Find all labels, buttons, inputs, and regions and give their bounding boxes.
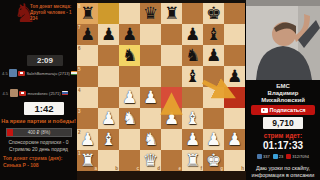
lessons-info-line2: информация в описании bbox=[246, 172, 320, 179]
chess-board-grid: 8♜♛♜♚7♟♟♟♟♝6♞♞♟5♝♟4♟♟3♟♞♟♝2♟♝♞♟♟♟1a♜bcd♛… bbox=[77, 3, 245, 171]
black-player-clock: 2:09 bbox=[27, 55, 63, 66]
donation-goal-progress-text: 400 ₽ (8%) bbox=[7, 129, 71, 136]
square-g2[interactable]: ♟ bbox=[203, 129, 224, 150]
top-donate-month: Топ донат месяца: Другой человек - 1 234 bbox=[30, 4, 76, 22]
square-h8[interactable] bbox=[224, 3, 245, 24]
square-a4[interactable]: 4 bbox=[77, 87, 98, 108]
square-a7[interactable]: 7♟ bbox=[77, 24, 98, 45]
black-pawn-g6: ♟ bbox=[203, 45, 224, 66]
square-a6[interactable]: 6 bbox=[77, 45, 98, 66]
viewers-count: 312/7094 bbox=[292, 154, 309, 159]
square-g4[interactable] bbox=[203, 87, 224, 108]
square-c1[interactable]: c bbox=[119, 150, 140, 171]
black-pawn-c7: ♟ bbox=[119, 24, 140, 45]
square-a5[interactable]: 5 bbox=[77, 66, 98, 87]
top-donate-day-value: Синька Р - 108 bbox=[3, 162, 77, 169]
black-bishop-f5: ♝ bbox=[182, 66, 203, 87]
square-e3[interactable]: ♟ bbox=[161, 108, 182, 129]
white-bishop-f3: ♝ bbox=[182, 108, 203, 129]
white-pawn-b3: ♟ bbox=[98, 108, 119, 129]
sponsor-info: Спонсорские подписки - 0 Стримлю 20 день… bbox=[0, 139, 77, 153]
square-e6[interactable] bbox=[161, 45, 182, 66]
white-king-g1: ♚ bbox=[203, 150, 224, 171]
square-d6[interactable] bbox=[140, 45, 161, 66]
white-pawn-c4: ♟ bbox=[119, 87, 140, 108]
white-player-avatar bbox=[10, 89, 18, 97]
square-b1[interactable]: b bbox=[98, 150, 119, 171]
square-f6[interactable]: ♞ bbox=[182, 45, 203, 66]
rank-label-5: 5 bbox=[78, 67, 81, 72]
square-d3[interactable] bbox=[140, 108, 161, 129]
square-g3[interactable] bbox=[203, 108, 224, 129]
square-g6[interactable]: ♟ bbox=[203, 45, 224, 66]
square-c6[interactable]: ♞ bbox=[119, 45, 140, 66]
lessons-info: Даю уроки по скайпу, информация в описан… bbox=[246, 165, 320, 178]
white-pawn-e3: ♟ bbox=[161, 108, 182, 129]
square-b8[interactable] bbox=[98, 3, 119, 24]
square-e4[interactable] bbox=[161, 87, 182, 108]
social-counters: 337 23 312/7094 bbox=[246, 154, 320, 159]
black-pawn-b7: ♟ bbox=[98, 24, 119, 45]
square-d2[interactable]: ♞ bbox=[140, 129, 161, 150]
square-h1[interactable]: h bbox=[224, 150, 245, 171]
square-e7[interactable] bbox=[161, 24, 182, 45]
square-b2[interactable]: ♝ bbox=[98, 129, 119, 150]
highlight-b8 bbox=[98, 3, 119, 24]
rank-label-3: 3 bbox=[78, 109, 81, 114]
streamer-name-line2: Владимир bbox=[246, 90, 320, 97]
stream-timer: 01:17:33 bbox=[246, 140, 320, 151]
streamer-name-line1: БМС bbox=[246, 83, 320, 90]
square-f5[interactable]: ♝ bbox=[182, 66, 203, 87]
square-h5[interactable]: ♟ bbox=[224, 66, 245, 87]
white-pawn-a2: ♟ bbox=[77, 129, 98, 150]
vk-count: 337 bbox=[263, 154, 270, 159]
square-a3[interactable]: 3 bbox=[77, 108, 98, 129]
square-g7[interactable]: ♝ bbox=[203, 24, 224, 45]
square-d8[interactable]: ♛ bbox=[140, 3, 161, 24]
square-d1[interactable]: d♛ bbox=[140, 150, 161, 171]
file-label-c: c bbox=[136, 166, 139, 171]
square-f1[interactable]: f♜ bbox=[182, 150, 203, 171]
square-c5[interactable] bbox=[119, 66, 140, 87]
square-b4[interactable] bbox=[98, 87, 119, 108]
table-edge bbox=[77, 171, 246, 180]
square-f4[interactable] bbox=[182, 87, 203, 108]
donation-goal-title: На яркие партии и победы! bbox=[0, 118, 77, 124]
square-d7[interactable] bbox=[140, 24, 161, 45]
square-b6[interactable] bbox=[98, 45, 119, 66]
telegram-icon bbox=[273, 154, 278, 159]
square-f2[interactable]: ♟ bbox=[182, 129, 203, 150]
streamer-name-line3: Михайловский bbox=[246, 97, 320, 104]
red-highlight-e4 bbox=[161, 87, 182, 108]
subscriber-count: 9,710 bbox=[263, 117, 303, 129]
white-pawn-f2: ♟ bbox=[182, 129, 203, 150]
black-knight-f6: ♞ bbox=[182, 45, 203, 66]
vk-icon bbox=[257, 154, 262, 159]
square-f3[interactable]: ♝ bbox=[182, 108, 203, 129]
black-king-g8: ♚ bbox=[203, 3, 224, 24]
subscribe-button-label: Подписаться bbox=[270, 107, 306, 113]
white-pawn-g2: ♟ bbox=[203, 129, 224, 150]
square-d4[interactable]: ♟ bbox=[140, 87, 161, 108]
black-pawn-h5: ♟ bbox=[224, 66, 245, 87]
black-player-row: 4.5 SalehBommaraju (2713) bbox=[1, 68, 77, 78]
white-player-title-badge bbox=[19, 91, 26, 96]
square-h4[interactable] bbox=[224, 87, 245, 108]
file-label-h: h bbox=[241, 166, 244, 171]
red-highlight-h4 bbox=[224, 87, 245, 108]
square-e5[interactable] bbox=[161, 66, 182, 87]
white-rook-a1: ♜ bbox=[77, 150, 98, 171]
black-pawn-a7: ♟ bbox=[77, 24, 98, 45]
streamer-name: БМС Владимир Михайловский bbox=[246, 83, 320, 104]
white-player-flag-icon bbox=[62, 91, 68, 95]
white-player-name: msvedonec (2571) bbox=[28, 91, 61, 96]
stream-streak-line: Стримлю 20 день подряд bbox=[0, 146, 77, 153]
stream-live-label: стрим идет: bbox=[246, 132, 320, 139]
black-player-title-badge bbox=[18, 71, 25, 76]
streamer-webcam bbox=[246, 0, 320, 80]
white-player-row: 4.5 msvedonec (2571) bbox=[1, 88, 77, 98]
square-h2[interactable]: ♟ bbox=[224, 129, 245, 150]
white-player-clock: 1:42 bbox=[24, 102, 64, 115]
square-a1[interactable]: 1a♜ bbox=[77, 150, 98, 171]
youtube-icon bbox=[286, 154, 291, 159]
youtube-play-icon bbox=[261, 108, 268, 113]
sponsor-subscriptions-line: Спонсорские подписки - 0 bbox=[0, 139, 77, 146]
black-player-score: 4.5 bbox=[1, 71, 8, 76]
black-rook-a8: ♜ bbox=[77, 3, 98, 24]
left-overlay-panel: ♞ Топ донат месяца: Другой человек - 1 2… bbox=[0, 0, 77, 180]
square-g5[interactable] bbox=[203, 66, 224, 87]
chess-board[interactable]: 8♜♛♜♚7♟♟♟♟♝6♞♞♟5♝♟4♟♟3♟♞♟♝2♟♝♞♟♟♟1a♜bcd♛… bbox=[77, 3, 245, 171]
square-e8[interactable]: ♜ bbox=[161, 3, 182, 24]
square-c8[interactable] bbox=[119, 3, 140, 24]
white-pawn-d4: ♟ bbox=[140, 87, 161, 108]
file-label-e: e bbox=[178, 166, 181, 171]
file-label-b: b bbox=[115, 166, 118, 171]
white-pawn-h2: ♟ bbox=[224, 129, 245, 150]
lessons-info-line1: Даю уроки по скайпу, bbox=[246, 165, 320, 172]
square-b3[interactable]: ♟ bbox=[98, 108, 119, 129]
square-d5[interactable] bbox=[140, 66, 161, 87]
square-c7[interactable]: ♟ bbox=[119, 24, 140, 45]
square-a2[interactable]: 2♟ bbox=[77, 129, 98, 150]
donation-goal-progressbar: 400 ₽ (8%) bbox=[6, 128, 72, 137]
white-player-score: 4.5 bbox=[1, 91, 8, 96]
square-e1[interactable]: e bbox=[161, 150, 182, 171]
black-player-avatar bbox=[9, 69, 17, 77]
square-h7[interactable] bbox=[224, 24, 245, 45]
top-donate-month-value: Другой человек - 1 234 bbox=[30, 10, 76, 22]
white-queen-d1: ♛ bbox=[140, 150, 161, 171]
subscribe-button[interactable]: Подписаться bbox=[251, 105, 315, 115]
square-a8[interactable]: 8♜ bbox=[77, 3, 98, 24]
white-rook-f1: ♜ bbox=[182, 150, 203, 171]
square-h3[interactable] bbox=[224, 108, 245, 129]
rank-label-6: 6 bbox=[78, 46, 81, 51]
telegram-count: 23 bbox=[279, 154, 283, 159]
square-b7[interactable]: ♟ bbox=[98, 24, 119, 45]
rank-label-4: 4 bbox=[78, 88, 81, 93]
white-knight-c3: ♞ bbox=[119, 108, 140, 129]
square-g1[interactable]: g♚ bbox=[203, 150, 224, 171]
white-knight-d2: ♞ bbox=[140, 129, 161, 150]
black-bishop-g7: ♝ bbox=[203, 24, 224, 45]
square-b5[interactable] bbox=[98, 66, 119, 87]
square-c3[interactable]: ♞ bbox=[119, 108, 140, 129]
top-donate-day: Топ донат стрима (дня): Синька Р - 108 bbox=[3, 155, 77, 168]
square-c2[interactable] bbox=[119, 129, 140, 150]
square-c4[interactable]: ♟ bbox=[119, 87, 140, 108]
square-f7[interactable]: ♟ bbox=[182, 24, 203, 45]
square-h6[interactable] bbox=[224, 45, 245, 66]
square-g8[interactable]: ♚ bbox=[203, 3, 224, 24]
white-bishop-b2: ♝ bbox=[98, 129, 119, 150]
black-pawn-f7: ♟ bbox=[182, 24, 203, 45]
black-player-name: SalehBommaraju (2713) bbox=[26, 71, 69, 76]
right-overlay-panel: БМС Владимир Михайловский Подписаться 9,… bbox=[246, 0, 320, 180]
square-f8[interactable] bbox=[182, 3, 203, 24]
square-e2[interactable] bbox=[161, 129, 182, 150]
black-knight-c6: ♞ bbox=[119, 45, 140, 66]
black-queen-d8: ♛ bbox=[140, 3, 161, 24]
black-rook-e8: ♜ bbox=[161, 3, 182, 24]
